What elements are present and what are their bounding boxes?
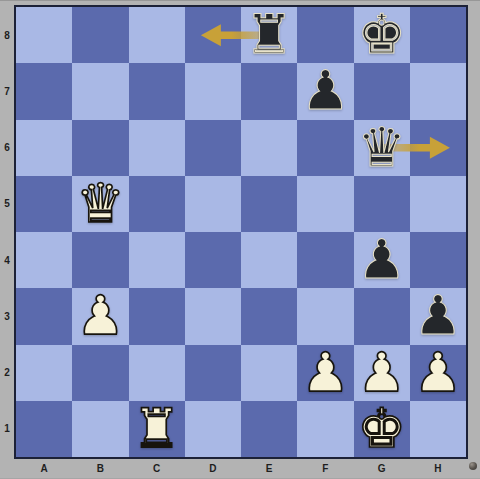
piece-cell [297, 7, 353, 63]
file-label-g: G [354, 459, 410, 479]
piece-white-pawn-g2[interactable]: ♟ [357, 345, 405, 401]
piece-cell [241, 232, 297, 288]
piece-cell: ♚ [354, 7, 410, 63]
piece-black-king-g8[interactable]: ♚ [357, 7, 405, 63]
rank-labels: 87654321 [0, 7, 14, 457]
piece-cell [185, 401, 241, 457]
piece-cell [410, 7, 466, 63]
piece-cell [241, 176, 297, 232]
piece-cell: ♟ [354, 345, 410, 401]
rank-label-8: 8 [0, 7, 14, 63]
piece-cell [16, 7, 72, 63]
piece-cell [354, 176, 410, 232]
file-label-c: C [129, 459, 185, 479]
piece-cell [297, 120, 353, 176]
piece-cell [410, 401, 466, 457]
rank-label-3: 3 [0, 288, 14, 344]
piece-cell [354, 63, 410, 119]
file-label-h: H [410, 459, 466, 479]
piece-cell [72, 232, 128, 288]
file-label-d: D [185, 459, 241, 479]
piece-cell [129, 7, 185, 63]
file-label-b: B [72, 459, 128, 479]
piece-cell [185, 345, 241, 401]
piece-cell [241, 120, 297, 176]
piece-cell [185, 288, 241, 344]
piece-cell [410, 63, 466, 119]
piece-cell [185, 120, 241, 176]
piece-cell [129, 176, 185, 232]
piece-cell [297, 232, 353, 288]
resize-grip-dot [469, 462, 477, 470]
piece-cell [72, 63, 128, 119]
piece-white-queen-b5[interactable]: ♛ [76, 176, 124, 232]
piece-cell [297, 288, 353, 344]
piece-black-pawn-g4[interactable]: ♟ [357, 232, 405, 288]
file-label-a: A [16, 459, 72, 479]
piece-cell: ♟ [410, 288, 466, 344]
rank-label-7: 7 [0, 63, 14, 119]
piece-cell [16, 63, 72, 119]
piece-black-queen-g6[interactable]: ♛ [357, 120, 405, 176]
piece-cell: ♜ [241, 7, 297, 63]
rank-label-2: 2 [0, 345, 14, 401]
piece-cell: ♟ [297, 345, 353, 401]
piece-cell [410, 120, 466, 176]
piece-cell [297, 401, 353, 457]
piece-cell [297, 176, 353, 232]
piece-white-pawn-b3[interactable]: ♟ [76, 288, 124, 344]
piece-cell: ♛ [72, 176, 128, 232]
piece-cell [16, 401, 72, 457]
rank-label-6: 6 [0, 120, 14, 176]
board-pieces: ♜♚♟♛♛♟♟♟♟♟♟♜♚ [16, 7, 466, 457]
piece-cell [129, 288, 185, 344]
piece-cell: ♛ [354, 120, 410, 176]
piece-cell [16, 120, 72, 176]
piece-cell [129, 63, 185, 119]
file-label-f: F [297, 459, 353, 479]
piece-cell [241, 345, 297, 401]
piece-black-pawn-h3[interactable]: ♟ [414, 288, 462, 344]
piece-cell: ♟ [297, 63, 353, 119]
piece-cell: ♟ [354, 232, 410, 288]
piece-cell [129, 232, 185, 288]
piece-cell [129, 345, 185, 401]
piece-cell [354, 288, 410, 344]
piece-cell [72, 345, 128, 401]
rank-label-1: 1 [0, 401, 14, 457]
piece-cell [72, 7, 128, 63]
piece-cell [241, 401, 297, 457]
rank-label-4: 4 [0, 232, 14, 288]
piece-cell [185, 63, 241, 119]
file-label-e: E [241, 459, 297, 479]
file-labels: ABCDEFGH [16, 459, 466, 479]
piece-cell [16, 232, 72, 288]
piece-black-pawn-f7[interactable]: ♟ [301, 63, 349, 119]
piece-cell [16, 345, 72, 401]
piece-cell [72, 401, 128, 457]
piece-cell [241, 63, 297, 119]
piece-cell [185, 232, 241, 288]
piece-cell [241, 288, 297, 344]
piece-cell [185, 7, 241, 63]
piece-white-pawn-h2[interactable]: ♟ [414, 345, 462, 401]
piece-black-rook-e8[interactable]: ♜ [245, 7, 293, 63]
piece-white-rook-c1[interactable]: ♜ [132, 401, 180, 457]
rank-label-5: 5 [0, 176, 14, 232]
piece-white-king-g1[interactable]: ♚ [357, 401, 405, 457]
piece-cell [16, 288, 72, 344]
piece-cell: ♟ [72, 288, 128, 344]
piece-white-pawn-f2[interactable]: ♟ [301, 345, 349, 401]
piece-cell [410, 176, 466, 232]
piece-cell: ♜ [129, 401, 185, 457]
piece-cell [16, 176, 72, 232]
piece-cell [129, 120, 185, 176]
piece-cell [410, 232, 466, 288]
piece-cell: ♟ [410, 345, 466, 401]
piece-cell: ♚ [354, 401, 410, 457]
chess-app-window: 87654321 ♜♚♟♛♛♟♟♟♟♟♟♜♚ ABCDEFGH [0, 0, 480, 479]
piece-cell [185, 176, 241, 232]
piece-cell [72, 120, 128, 176]
